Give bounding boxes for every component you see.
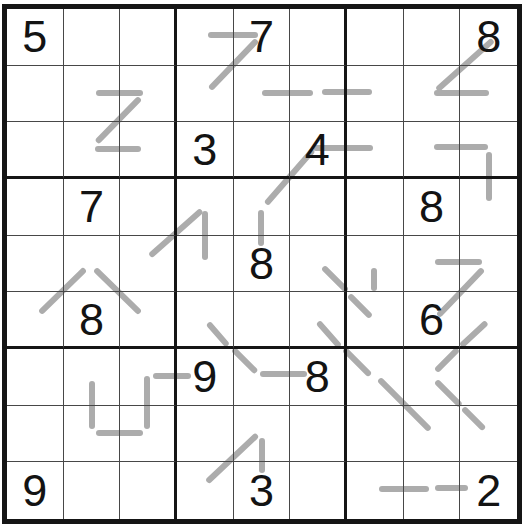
given-digit: 8 [476, 14, 501, 59]
sudoku-cell-r7c9[interactable] [460, 349, 517, 406]
sudoku-cell-r9c6[interactable] [290, 462, 347, 519]
sudoku-cell-r2c9[interactable] [460, 66, 517, 123]
sudoku-cell-r5c8[interactable] [404, 236, 461, 293]
sudoku-cell-r9c9[interactable]: 2 [460, 462, 517, 519]
sudoku-cell-r2c5[interactable] [234, 66, 291, 123]
sudoku-cell-r4c1[interactable] [7, 179, 64, 236]
sudoku-cell-r3c1[interactable] [7, 122, 64, 179]
given-digit: 2 [476, 468, 501, 513]
sudoku-cell-r1c8[interactable] [404, 9, 461, 66]
sudoku-cell-r6c4[interactable] [177, 292, 234, 349]
sudoku-cell-r6c2[interactable]: 8 [64, 292, 121, 349]
sudoku-cell-r9c1[interactable]: 9 [7, 462, 64, 519]
sudoku-cell-r4c6[interactable] [290, 179, 347, 236]
sudoku-cell-r1c7[interactable] [347, 9, 404, 66]
sudoku-cell-r5c7[interactable] [347, 236, 404, 293]
sudoku-cell-r9c8[interactable] [404, 462, 461, 519]
sudoku-cell-r8c6[interactable] [290, 406, 347, 463]
sudoku-cell-r9c7[interactable] [347, 462, 404, 519]
given-digit: 9 [192, 354, 217, 399]
sudoku-cell-r5c3[interactable] [120, 236, 177, 293]
sudoku-cell-r6c1[interactable] [7, 292, 64, 349]
sudoku-cell-r9c3[interactable] [120, 462, 177, 519]
given-digit: 3 [249, 468, 274, 513]
sudoku-cell-r4c7[interactable] [347, 179, 404, 236]
given-digit: 7 [79, 184, 104, 229]
sudoku-cell-r1c6[interactable] [290, 9, 347, 66]
sudoku-board: 578347888698932 [2, 4, 522, 524]
sudoku-cell-r3c3[interactable] [120, 122, 177, 179]
sudoku-cell-r3c5[interactable] [234, 122, 291, 179]
sudoku-cell-r8c3[interactable] [120, 406, 177, 463]
given-digit: 5 [22, 14, 47, 59]
sudoku-cell-r4c3[interactable] [120, 179, 177, 236]
sudoku-cell-r7c2[interactable] [64, 349, 121, 406]
given-digit: 9 [22, 468, 47, 513]
sudoku-cell-r4c4[interactable] [177, 179, 234, 236]
sudoku-cell-r1c5[interactable]: 7 [234, 9, 291, 66]
sudoku-cell-r1c4[interactable] [177, 9, 234, 66]
sudoku-cell-r7c7[interactable] [347, 349, 404, 406]
sudoku-cell-r2c3[interactable] [120, 66, 177, 123]
sudoku-cell-r6c9[interactable] [460, 292, 517, 349]
sudoku-cell-r7c6[interactable]: 8 [290, 349, 347, 406]
sudoku-cell-r5c5[interactable]: 8 [234, 236, 291, 293]
sudoku-cell-r2c2[interactable] [64, 66, 121, 123]
sudoku-cell-r7c5[interactable] [234, 349, 291, 406]
sudoku-cell-r1c9[interactable]: 8 [460, 9, 517, 66]
given-digit: 4 [305, 127, 330, 172]
sudoku-cell-r7c4[interactable]: 9 [177, 349, 234, 406]
sudoku-cell-r8c1[interactable] [7, 406, 64, 463]
sudoku-cell-r4c8[interactable]: 8 [404, 179, 461, 236]
given-digit: 7 [249, 14, 274, 59]
sudoku-cell-r2c7[interactable] [347, 66, 404, 123]
sudoku-cell-r6c5[interactable] [234, 292, 291, 349]
given-digit: 8 [305, 354, 330, 399]
sudoku-cell-r6c3[interactable] [120, 292, 177, 349]
sudoku-cell-r9c2[interactable] [64, 462, 121, 519]
sudoku-cell-r6c7[interactable] [347, 292, 404, 349]
sudoku-cell-r7c8[interactable] [404, 349, 461, 406]
sudoku-cell-r8c5[interactable] [234, 406, 291, 463]
sudoku-cell-r7c1[interactable] [7, 349, 64, 406]
given-digit: 6 [419, 297, 444, 342]
sudoku-cell-r9c4[interactable] [177, 462, 234, 519]
sudoku-cell-r9c5[interactable]: 3 [234, 462, 291, 519]
sudoku-cell-r2c1[interactable] [7, 66, 64, 123]
sudoku-puzzle-image: 578347888698932 [0, 0, 526, 528]
sudoku-cell-r5c6[interactable] [290, 236, 347, 293]
sudoku-cell-r3c8[interactable] [404, 122, 461, 179]
sudoku-cell-r2c4[interactable] [177, 66, 234, 123]
sudoku-cell-r7c3[interactable] [120, 349, 177, 406]
given-digit: 8 [249, 241, 274, 286]
sudoku-cell-r3c4[interactable]: 3 [177, 122, 234, 179]
sudoku-cell-r3c6[interactable]: 4 [290, 122, 347, 179]
sudoku-cell-r2c8[interactable] [404, 66, 461, 123]
sudoku-cell-r4c9[interactable] [460, 179, 517, 236]
sudoku-cell-r1c2[interactable] [64, 9, 121, 66]
sudoku-cell-r8c7[interactable] [347, 406, 404, 463]
sudoku-cell-r3c9[interactable] [460, 122, 517, 179]
sudoku-cell-r4c5[interactable] [234, 179, 291, 236]
sudoku-cell-r1c3[interactable] [120, 9, 177, 66]
sudoku-cell-r8c8[interactable] [404, 406, 461, 463]
sudoku-cell-r5c9[interactable] [460, 236, 517, 293]
given-digit: 8 [79, 297, 104, 342]
sudoku-cell-r8c9[interactable] [460, 406, 517, 463]
given-digit: 8 [419, 184, 444, 229]
sudoku-cell-r5c2[interactable] [64, 236, 121, 293]
sudoku-cell-r3c7[interactable] [347, 122, 404, 179]
sudoku-cell-r1c1[interactable]: 5 [7, 9, 64, 66]
given-digit: 3 [192, 127, 217, 172]
sudoku-cell-r6c8[interactable]: 6 [404, 292, 461, 349]
sudoku-cell-r2c6[interactable] [290, 66, 347, 123]
sudoku-cell-r8c2[interactable] [64, 406, 121, 463]
sudoku-cell-r6c6[interactable] [290, 292, 347, 349]
sudoku-cell-r5c1[interactable] [7, 236, 64, 293]
sudoku-cell-r5c4[interactable] [177, 236, 234, 293]
sudoku-cell-r3c2[interactable] [64, 122, 121, 179]
sudoku-cell-r4c2[interactable]: 7 [64, 179, 121, 236]
sudoku-cell-r8c4[interactable] [177, 406, 234, 463]
